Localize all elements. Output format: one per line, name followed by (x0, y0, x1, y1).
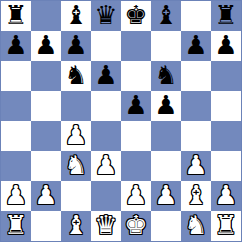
piece-black-king[interactable]: ♚ (124, 1, 147, 30)
piece-white-pawn[interactable]: ♟ (184, 151, 207, 180)
square-e1[interactable]: ♚ (121, 211, 151, 241)
square-d7[interactable] (91, 31, 121, 61)
square-c6[interactable]: ♞ (61, 61, 91, 91)
square-c7[interactable]: ♟ (61, 31, 91, 61)
square-c8[interactable]: ♝ (61, 1, 91, 31)
piece-black-rook[interactable]: ♜ (4, 1, 27, 30)
square-a3[interactable] (1, 151, 31, 181)
square-e4[interactable] (121, 121, 151, 151)
piece-white-bishop[interactable]: ♝ (184, 181, 207, 210)
square-g2[interactable]: ♝ (181, 181, 211, 211)
piece-white-pawn[interactable]: ♟ (64, 121, 87, 150)
piece-white-knight[interactable]: ♞ (184, 211, 207, 240)
square-b3[interactable] (31, 151, 61, 181)
square-b7[interactable]: ♟ (31, 31, 61, 61)
square-f7[interactable] (151, 31, 181, 61)
piece-black-pawn[interactable]: ♟ (94, 61, 117, 90)
piece-black-pawn[interactable]: ♟ (124, 91, 147, 120)
square-e6[interactable] (121, 61, 151, 91)
piece-white-bishop[interactable]: ♝ (64, 211, 87, 240)
square-g7[interactable]: ♟ (181, 31, 211, 61)
square-g3[interactable]: ♟ (181, 151, 211, 181)
square-g4[interactable] (181, 121, 211, 151)
piece-white-rook[interactable]: ♜ (4, 211, 27, 240)
piece-black-rook[interactable]: ♜ (214, 1, 237, 30)
square-h2[interactable]: ♟ (211, 181, 241, 211)
square-c3[interactable]: ♞ (61, 151, 91, 181)
square-d2[interactable] (91, 181, 121, 211)
square-a1[interactable]: ♜ (1, 211, 31, 241)
piece-white-queen[interactable]: ♛ (94, 211, 117, 240)
piece-white-king[interactable]: ♚ (124, 211, 147, 240)
piece-black-pawn[interactable]: ♟ (4, 31, 27, 60)
square-b2[interactable]: ♟ (31, 181, 61, 211)
square-g8[interactable] (181, 1, 211, 31)
square-h5[interactable] (211, 91, 241, 121)
square-a8[interactable]: ♜ (1, 1, 31, 31)
square-f2[interactable]: ♟ (151, 181, 181, 211)
square-d6[interactable]: ♟ (91, 61, 121, 91)
piece-black-knight[interactable]: ♞ (64, 61, 87, 90)
square-e8[interactable]: ♚ (121, 1, 151, 31)
square-e5[interactable]: ♟ (121, 91, 151, 121)
piece-white-rook[interactable]: ♜ (214, 211, 237, 240)
piece-white-pawn[interactable]: ♟ (124, 181, 147, 210)
square-b4[interactable] (31, 121, 61, 151)
piece-white-pawn[interactable]: ♟ (94, 151, 117, 180)
piece-black-bishop[interactable]: ♝ (64, 1, 87, 30)
square-f5[interactable]: ♟ (151, 91, 181, 121)
piece-black-pawn[interactable]: ♟ (154, 91, 177, 120)
piece-white-pawn[interactable]: ♟ (34, 181, 57, 210)
square-f4[interactable] (151, 121, 181, 151)
piece-white-pawn[interactable]: ♟ (154, 181, 177, 210)
square-f1[interactable] (151, 211, 181, 241)
piece-black-pawn[interactable]: ♟ (64, 31, 87, 60)
square-h7[interactable]: ♟ (211, 31, 241, 61)
square-a2[interactable]: ♟ (1, 181, 31, 211)
square-g1[interactable]: ♞ (181, 211, 211, 241)
square-d8[interactable]: ♛ (91, 1, 121, 31)
square-e2[interactable]: ♟ (121, 181, 151, 211)
square-d5[interactable] (91, 91, 121, 121)
square-d4[interactable] (91, 121, 121, 151)
chess-board: ♜♝♛♚♝♜♟♟♟♟♟♞♟♞♟♟♟♞♟♟♟♟♟♟♝♟♜♝♛♚♞♜ (0, 0, 242, 242)
piece-white-knight[interactable]: ♞ (64, 151, 87, 180)
square-a5[interactable] (1, 91, 31, 121)
square-b8[interactable] (31, 1, 61, 31)
square-c4[interactable]: ♟ (61, 121, 91, 151)
piece-black-pawn[interactable]: ♟ (214, 31, 237, 60)
square-c1[interactable]: ♝ (61, 211, 91, 241)
piece-black-queen[interactable]: ♛ (94, 1, 117, 30)
square-b1[interactable] (31, 211, 61, 241)
square-f8[interactable]: ♝ (151, 1, 181, 31)
square-g6[interactable] (181, 61, 211, 91)
piece-white-pawn[interactable]: ♟ (4, 181, 27, 210)
square-a4[interactable] (1, 121, 31, 151)
piece-black-pawn[interactable]: ♟ (34, 31, 57, 60)
square-h1[interactable]: ♜ (211, 211, 241, 241)
square-b5[interactable] (31, 91, 61, 121)
square-c5[interactable] (61, 91, 91, 121)
square-e7[interactable] (121, 31, 151, 61)
square-b6[interactable] (31, 61, 61, 91)
square-h6[interactable] (211, 61, 241, 91)
piece-black-pawn[interactable]: ♟ (184, 31, 207, 60)
square-c2[interactable] (61, 181, 91, 211)
piece-black-knight[interactable]: ♞ (154, 61, 177, 90)
square-d1[interactable]: ♛ (91, 211, 121, 241)
square-h3[interactable] (211, 151, 241, 181)
piece-black-bishop[interactable]: ♝ (154, 1, 177, 30)
square-h8[interactable]: ♜ (211, 1, 241, 31)
square-a7[interactable]: ♟ (1, 31, 31, 61)
square-e3[interactable] (121, 151, 151, 181)
square-a6[interactable] (1, 61, 31, 91)
square-f3[interactable] (151, 151, 181, 181)
piece-white-pawn[interactable]: ♟ (214, 181, 237, 210)
square-h4[interactable] (211, 121, 241, 151)
square-f6[interactable]: ♞ (151, 61, 181, 91)
square-g5[interactable] (181, 91, 211, 121)
square-d3[interactable]: ♟ (91, 151, 121, 181)
